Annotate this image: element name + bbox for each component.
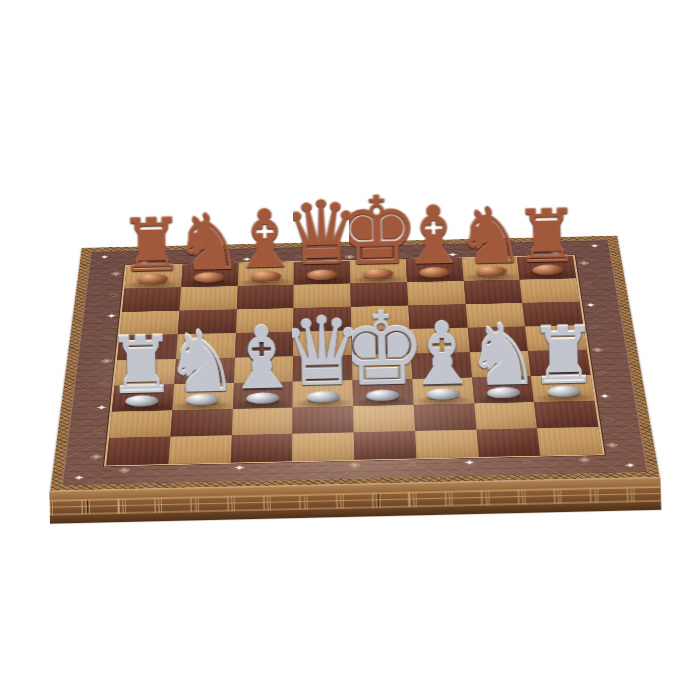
- diamond-inlay-icon: ◈: [118, 466, 131, 473]
- diamond-inlay-icon: ◇: [603, 417, 613, 423]
- piece-copper-knight-g8: ♞: [461, 166, 519, 277]
- diamond-inlay-icon: ◈: [348, 461, 360, 468]
- product-photo: ◈◇✦◇◈◇✦◇◈ ◈◇✦◇◈◇✦◇◈ ◈◇✦◇◈◇✦◇◈ ◈◇✦◇◈◇✦◇◈ …: [0, 0, 700, 700]
- board-top-face: ◈◇✦◇◈◇✦◇◈ ◈◇✦◇◈◇✦◇◈ ◈◇✦◇◈◇✦◇◈ ◈◇✦◇◈◇✦◇◈ …: [50, 236, 659, 491]
- diamond-inlay-icon: ◈: [578, 456, 591, 463]
- diamond-inlay-icon: ◇: [177, 466, 187, 472]
- rook-glyph: ♜: [513, 202, 580, 271]
- diamond-inlay-icon: ◈: [90, 453, 103, 460]
- board-tilt-wrapper: ◈◇✦◇◈◇✦◇◈ ◈◇✦◇◈◇✦◇◈ ◈◇✦◇◈◇✦◇◈ ◈◇✦◇◈◇✦◇◈ …: [61, 64, 644, 647]
- pearl-star-icon: ✦: [463, 459, 476, 466]
- front-edge-inlay-band: [49, 486, 661, 515]
- rook-glyph: ♜: [527, 319, 598, 392]
- diamond-inlay-icon: ◇: [94, 429, 104, 435]
- pearl-star-icon: ✦: [233, 464, 246, 471]
- diamond-inlay-icon: ◈: [606, 441, 619, 448]
- pieces-layer: ♜♞♝♛♚♝♞♜♜♞♝♛♚♝♞♜: [106, 256, 602, 466]
- pearl-star-icon: ✦: [95, 404, 108, 411]
- piece-silver-rook-h3: ♜: [531, 279, 593, 397]
- perspective-scene: ◈◇✦◇◈◇✦◇◈ ◈◇✦◇◈◇✦◇◈ ◈◇✦◇◈◇✦◇◈ ◈◇✦◇◈◇✦◇◈ …: [61, 64, 644, 647]
- piece-copper-rook-h8: ♜: [517, 165, 575, 276]
- pearl-star-icon: ✦: [598, 393, 611, 399]
- diamond-inlay-icon: ◇: [522, 458, 532, 464]
- chess-board: ◈◇✦◇◈◇✦◇◈ ◈◇✦◇◈◇✦◇◈ ◈◇✦◇◈◇✦◇◈ ◈◇✦◇◈◇✦◇◈ …: [50, 236, 659, 491]
- diamond-inlay-icon: ◇: [292, 463, 302, 469]
- diamond-inlay-icon: ◇: [407, 461, 417, 467]
- piece-silver-knight-g3: ♞: [471, 281, 533, 399]
